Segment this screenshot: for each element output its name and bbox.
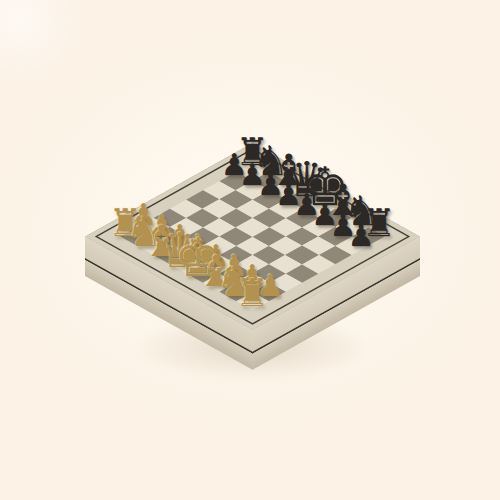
product-photo-chess-set[interactable]: ♜♞♝♛♚♝♞♜♟♟♟♟♟♟♟♟♟♟♟♟♟♟♟♟♜♞♝♛♚♝♞♜: [0, 0, 500, 500]
